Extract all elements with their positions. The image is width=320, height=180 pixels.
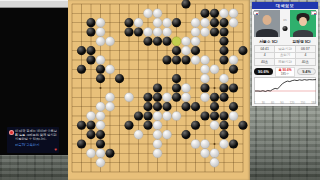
star-point [100, 87, 102, 89]
white-stone [153, 130, 162, 139]
white-stone [191, 55, 200, 64]
white-stone [153, 27, 162, 36]
white-stone [200, 27, 209, 36]
white-stone [96, 158, 105, 167]
white-stone [153, 121, 162, 130]
white-stone [200, 18, 209, 27]
graph-tick: 30 [262, 101, 265, 105]
black-stone [210, 102, 219, 111]
black-player-name: 서봉수 9단 [252, 39, 285, 44]
white-stone [200, 74, 209, 83]
white-stone [96, 149, 105, 158]
black-stone [219, 111, 228, 120]
black-stone [162, 37, 171, 46]
white-stone [86, 111, 95, 120]
black-stone [77, 139, 86, 148]
go-board-grid [68, 0, 250, 180]
winrate-center-box: 흑 90.6% 185수 [275, 67, 295, 77]
black-stone [210, 27, 219, 36]
star-point [214, 87, 216, 89]
graph-tick: 150 [300, 101, 305, 105]
white-stone [181, 93, 190, 102]
black-player-suit [256, 29, 278, 37]
black-stone [210, 111, 219, 120]
white-stone [105, 102, 114, 111]
white-player-face [299, 17, 307, 26]
white-stone [181, 37, 190, 46]
info-row: 40초제한시간40초 [255, 58, 315, 65]
white-stone [200, 65, 209, 74]
black-stone [153, 37, 162, 46]
black-stone-icon [283, 26, 288, 31]
black-stone [181, 102, 190, 111]
white-stone [210, 121, 219, 130]
notice-text: 이 대국 중계는 네이버·유튜브에서AI 승률 그래프와 함께 실시간시청하실 … [15, 129, 57, 141]
white-stone [162, 18, 171, 27]
black-stone [124, 18, 133, 27]
graph-tick: 1 [254, 101, 256, 105]
info-cell: 남은시간 [274, 46, 295, 52]
graph-x-ticks: 1306090120150180 [254, 102, 316, 106]
black-stone [210, 18, 219, 27]
graph-tick: 90 [280, 101, 283, 105]
black-stone [86, 130, 95, 139]
black-stone [200, 9, 209, 18]
black-stone [153, 93, 162, 102]
black-stone [96, 139, 105, 148]
black-stone [134, 27, 143, 36]
info-row: 4초읽기4 [255, 52, 315, 59]
black-stone [191, 102, 200, 111]
white-stone [153, 9, 162, 18]
black-stone [143, 121, 152, 130]
white-stone [229, 18, 238, 27]
white-stone [172, 111, 181, 120]
player-names: 서봉수 9단 김채영 9단 [252, 38, 318, 45]
info-row: 04:41남은시간06:37 [255, 46, 315, 52]
black-stone [86, 121, 95, 130]
graph-tick: 180 [311, 101, 316, 105]
white-stone [143, 9, 152, 18]
white-stone [162, 93, 171, 102]
info-cell: 04:41 [255, 47, 274, 51]
black-stone [143, 102, 152, 111]
black-stone [77, 46, 86, 55]
info-cell: 4 [255, 53, 274, 57]
white-stone [210, 158, 219, 167]
white-stone [96, 18, 105, 27]
game-info-panel: 대국정보 vs 서봉수 9단 김채영 9단 04:41남은시간06:374초읽기… [252, 2, 318, 106]
black-stone [86, 46, 95, 55]
star-point [214, 143, 216, 145]
winrate-line [255, 80, 316, 92]
white-stone [191, 18, 200, 27]
black-stone [105, 149, 114, 158]
korea-flag-icon [311, 11, 317, 15]
white-stone [200, 139, 209, 148]
white-stone [153, 149, 162, 158]
black-stone [96, 74, 105, 83]
black-stone [124, 121, 133, 130]
black-stone [181, 130, 190, 139]
black-stone [172, 46, 181, 55]
black-stone [219, 55, 228, 64]
black-stone [229, 139, 238, 148]
black-stone [229, 102, 238, 111]
graph-tick: 120 [290, 101, 295, 105]
white-stone [96, 37, 105, 46]
white-stone [143, 27, 152, 36]
black-stone [172, 18, 181, 27]
korea-flag-icon [253, 11, 259, 15]
black-stone [181, 55, 190, 64]
black-winrate-pill: 90.6% [254, 68, 273, 75]
info-cell: 4 [296, 53, 315, 57]
white-stone [219, 74, 228, 83]
black-stone [219, 130, 228, 139]
white-stone [96, 55, 105, 64]
white-stone [153, 139, 162, 148]
white-stone [181, 83, 190, 92]
white-stone [153, 111, 162, 120]
panel-title: 대국정보 [252, 2, 318, 9]
black-stone [86, 18, 95, 27]
live-badge-icon [9, 130, 14, 135]
heart-icon[interactable]: ♥ [54, 148, 57, 152]
white-stone [191, 37, 200, 46]
black-stone [86, 27, 95, 36]
black-stone [172, 93, 181, 102]
player-top-bar [0, 0, 68, 8]
white-stone [181, 46, 190, 55]
black-stone [162, 102, 171, 111]
info-cell: 06:37 [296, 47, 315, 51]
black-stone [172, 55, 181, 64]
black-stone [219, 37, 228, 46]
black-stone [86, 55, 95, 64]
black-stone [229, 83, 238, 92]
info-cell: 40초 [255, 60, 274, 64]
white-stone [105, 37, 114, 46]
white-stone [153, 18, 162, 27]
time-info-table: 04:41남은시간06:374초읽기440초제한시간40초 [254, 45, 316, 66]
black-stone [219, 27, 228, 36]
winrate-graph [254, 77, 316, 104]
black-stone [162, 55, 171, 64]
white-stone [162, 27, 171, 36]
black-stone [96, 130, 105, 139]
black-stone [219, 93, 228, 102]
white-stone [229, 9, 238, 18]
black-stone [143, 111, 152, 120]
black-stone [172, 74, 181, 83]
info-cell: 40초 [296, 60, 315, 64]
last-move-stone [172, 37, 181, 46]
white-stone [96, 102, 105, 111]
black-stone [238, 46, 247, 55]
white-stone [210, 65, 219, 74]
move-count-label: 185수 [281, 72, 290, 76]
black-stone [172, 83, 181, 92]
players-row: vs [252, 9, 318, 38]
notice-overlay: 이 대국 중계는 네이버·유튜브에서AI 승률 그래프와 함께 실시간시청하실 … [7, 127, 59, 153]
black-stone [115, 74, 124, 83]
info-cell: 제한시간 [274, 59, 295, 65]
black-stone [219, 121, 228, 130]
white-stone [219, 9, 228, 18]
white-stone [162, 111, 171, 120]
white-stone [134, 18, 143, 27]
white-stone [86, 149, 95, 158]
winrate-row: 90.6% 흑 90.6% 185수 9.4% [252, 67, 318, 78]
black-stone [191, 121, 200, 130]
vs-label: vs [283, 18, 287, 22]
black-stone [181, 0, 190, 9]
white-stone [200, 149, 209, 158]
black-stone [124, 27, 133, 36]
black-stone [219, 83, 228, 92]
broadcast-frame: { "game": "go", "position": { "size": 19… [0, 0, 320, 180]
black-stone [219, 46, 228, 55]
black-stone [77, 121, 86, 130]
white-stone [219, 139, 228, 148]
black-stone [229, 65, 238, 74]
white-winrate-pill: 9.4% [297, 68, 316, 75]
black-stone [210, 9, 219, 18]
go-board[interactable] [68, 0, 250, 180]
black-stone [77, 65, 86, 74]
white-player-suit [293, 30, 313, 37]
graph-tick: 60 [271, 101, 274, 105]
black-stone [210, 93, 219, 102]
black-stone [143, 93, 152, 102]
black-stone [143, 37, 152, 46]
black-stone [191, 46, 200, 55]
subscribe-link[interactable]: 바둑TV 구독하기 [15, 143, 57, 147]
white-stone [229, 111, 238, 120]
white-stone [134, 130, 143, 139]
white-stone [96, 121, 105, 130]
black-stone [134, 111, 143, 120]
white-stone [210, 149, 219, 158]
white-stone [124, 93, 133, 102]
white-stone [200, 55, 209, 64]
white-player-name: 김채영 9단 [285, 39, 318, 44]
black-stone [153, 102, 162, 111]
white-stone [229, 55, 238, 64]
black-stone [200, 83, 209, 92]
white-stone [191, 27, 200, 36]
black-player-face [263, 15, 272, 25]
black-stone [200, 111, 209, 120]
white-stone [105, 65, 114, 74]
white-stone [162, 130, 171, 139]
notice-line: 시청하실 수 있습니다. [15, 137, 57, 141]
black-stone [219, 18, 228, 27]
white-stone [96, 111, 105, 120]
black-stone [153, 83, 162, 92]
black-stone [238, 121, 247, 130]
black-stone [96, 65, 105, 74]
white-stone [105, 93, 114, 102]
white-stone [200, 93, 209, 102]
white-stone [96, 27, 105, 36]
white-stone [191, 139, 200, 148]
info-cell: 초읽기 [274, 53, 295, 59]
